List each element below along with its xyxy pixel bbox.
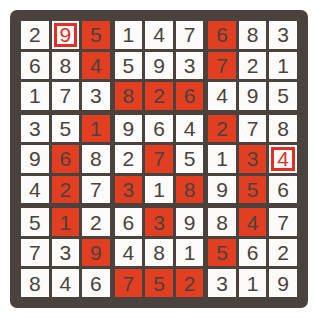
cell-r8c7[interactable]: 5 (208, 239, 236, 267)
cell-r9c7[interactable]: 3 (208, 269, 236, 297)
cell-r5c4[interactable]: 2 (115, 145, 143, 173)
cell-r9c4[interactable]: 7 (115, 269, 143, 297)
cell-r7c7[interactable]: 8 (208, 208, 236, 236)
cell-r6c2[interactable]: 2 (52, 176, 80, 204)
cell-r8c8[interactable]: 6 (239, 239, 267, 267)
cell-r8c1[interactable]: 7 (21, 239, 49, 267)
cell-r5c3[interactable]: 8 (82, 145, 110, 173)
cell-r4c8[interactable]: 7 (239, 115, 267, 143)
cell-r7c4[interactable]: 6 (115, 208, 143, 236)
cell-r5c5[interactable]: 7 (145, 145, 173, 173)
cell-r5c6[interactable]: 5 (176, 145, 204, 173)
box-1-2: 147593826 (115, 21, 204, 110)
cell-r3c6[interactable]: 6 (176, 82, 204, 110)
cell-r9c5[interactable]: 5 (145, 269, 173, 297)
cell-r7c9[interactable]: 7 (269, 208, 297, 236)
cell-r8c2[interactable]: 3 (52, 239, 80, 267)
cell-r4c1[interactable]: 3 (21, 115, 49, 143)
cell-r7c1[interactable]: 5 (21, 208, 49, 236)
cell-r5c1[interactable]: 9 (21, 145, 49, 173)
cell-r6c8[interactable]: 5 (239, 176, 267, 204)
cell-r3c4[interactable]: 8 (115, 82, 143, 110)
cell-r7c3[interactable]: 2 (82, 208, 110, 236)
cell-r2c4[interactable]: 5 (115, 52, 143, 80)
cell-r1c7[interactable]: 6 (208, 21, 236, 49)
cell-r5c7[interactable]: 1 (208, 145, 236, 173)
cell-r1c9[interactable]: 3 (269, 21, 297, 49)
cell-r3c5[interactable]: 2 (145, 82, 173, 110)
cell-r4c7[interactable]: 2 (208, 115, 236, 143)
cell-r5c2[interactable]: 6 (52, 145, 80, 173)
cell-r6c5[interactable]: 1 (145, 176, 173, 204)
box-3-2: 639481752 (115, 208, 204, 297)
cell-r8c4[interactable]: 4 (115, 239, 143, 267)
cell-r8c5[interactable]: 8 (145, 239, 173, 267)
cell-r2c9[interactable]: 1 (269, 52, 297, 80)
cell-r4c6[interactable]: 4 (176, 115, 204, 143)
cell-r8c9[interactable]: 2 (269, 239, 297, 267)
box-1-3: 683721495 (208, 21, 297, 110)
cell-r1c3[interactable]: 5 (82, 21, 110, 49)
cell-r6c1[interactable]: 4 (21, 176, 49, 204)
cell-r9c8[interactable]: 1 (239, 269, 267, 297)
cell-r7c2[interactable]: 1 (52, 208, 80, 236)
cell-r1c8[interactable]: 8 (239, 21, 267, 49)
cell-r6c9[interactable]: 6 (269, 176, 297, 204)
cell-r4c2[interactable]: 5 (52, 115, 80, 143)
box-2-3: 278134956 (208, 115, 297, 204)
cell-r6c4[interactable]: 3 (115, 176, 143, 204)
cell-r2c8[interactable]: 2 (239, 52, 267, 80)
cell-r1c6[interactable]: 7 (176, 21, 204, 49)
cell-r4c5[interactable]: 6 (145, 115, 173, 143)
box-2-1: 351968427 (21, 115, 110, 204)
cell-r3c2[interactable]: 7 (52, 82, 80, 110)
cell-r3c7[interactable]: 4 (208, 82, 236, 110)
cell-r7c6[interactable]: 9 (176, 208, 204, 236)
cell-r4c9[interactable]: 8 (269, 115, 297, 143)
cell-r1c5[interactable]: 4 (145, 21, 173, 49)
box-3-3: 847562319 (208, 208, 297, 297)
cell-r6c3[interactable]: 7 (82, 176, 110, 204)
cell-r2c5[interactable]: 9 (145, 52, 173, 80)
cell-r2c1[interactable]: 6 (21, 52, 49, 80)
box-1-1: 295684173 (21, 21, 110, 110)
cell-r9c1[interactable]: 8 (21, 269, 49, 297)
cell-r9c2[interactable]: 4 (52, 269, 80, 297)
cell-r7c8[interactable]: 4 (239, 208, 267, 236)
cell-r7c5[interactable]: 3 (145, 208, 173, 236)
cell-r2c2[interactable]: 8 (52, 52, 80, 80)
cell-r3c3[interactable]: 3 (82, 82, 110, 110)
sudoku-grid: 2956841731475938266837214953519684279642… (21, 21, 297, 297)
sudoku-board: 2956841731475938266837214953519684279642… (10, 10, 308, 308)
cell-r1c1[interactable]: 2 (21, 21, 49, 49)
cell-r6c7[interactable]: 9 (208, 176, 236, 204)
cell-r9c3[interactable]: 6 (82, 269, 110, 297)
cell-r1c2[interactable]: 9 (52, 21, 80, 49)
cell-r5c9[interactable]: 4 (269, 145, 297, 173)
box-2-2: 964275318 (115, 115, 204, 204)
cell-r3c1[interactable]: 1 (21, 82, 49, 110)
cell-r5c8[interactable]: 3 (239, 145, 267, 173)
cell-r4c3[interactable]: 1 (82, 115, 110, 143)
cell-r6c6[interactable]: 8 (176, 176, 204, 204)
cell-r8c6[interactable]: 1 (176, 239, 204, 267)
cell-r9c6[interactable]: 2 (176, 269, 204, 297)
cell-r4c4[interactable]: 9 (115, 115, 143, 143)
cell-r8c3[interactable]: 9 (82, 239, 110, 267)
cell-r2c3[interactable]: 4 (82, 52, 110, 80)
cell-r9c9[interactable]: 9 (269, 269, 297, 297)
cell-r2c6[interactable]: 3 (176, 52, 204, 80)
cell-r2c7[interactable]: 7 (208, 52, 236, 80)
cell-r3c9[interactable]: 5 (269, 82, 297, 110)
cell-r3c8[interactable]: 9 (239, 82, 267, 110)
cell-r1c4[interactable]: 1 (115, 21, 143, 49)
box-3-1: 512739846 (21, 208, 110, 297)
